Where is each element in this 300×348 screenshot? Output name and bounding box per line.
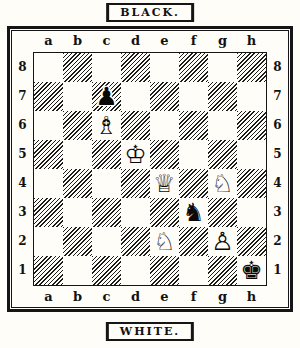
square-c7[interactable]: ♟ xyxy=(92,82,121,111)
square-g8[interactable] xyxy=(208,53,237,82)
chess-diagram-page: BLACK. abcdefgh 87654321 ♟♗♔♕♘♞♘♙♚ 87654… xyxy=(0,0,300,348)
rank-label-1: 1 xyxy=(18,263,26,277)
rank-label-1: 1 xyxy=(273,263,281,277)
square-c4[interactable] xyxy=(92,169,121,198)
square-a4[interactable] xyxy=(34,169,63,198)
square-h2[interactable] xyxy=(237,227,266,256)
rank-labels-right: 87654321 xyxy=(267,52,288,286)
square-h5[interactable] xyxy=(237,140,266,169)
file-label-h: h xyxy=(237,30,266,52)
square-e1[interactable] xyxy=(150,256,179,285)
square-g1[interactable] xyxy=(208,256,237,285)
square-b7[interactable] xyxy=(63,82,92,111)
rank-label-7: 7 xyxy=(18,89,26,103)
file-label-b: b xyxy=(63,30,92,52)
rank-label-8: 8 xyxy=(18,60,26,74)
rank-label-6: 6 xyxy=(18,118,26,132)
black-side-label: BLACK. xyxy=(106,3,194,22)
white-side-label-text: WHITE. xyxy=(120,325,180,338)
square-f5[interactable] xyxy=(179,140,208,169)
rank-label-5: 5 xyxy=(273,147,281,161)
rank-label-8: 8 xyxy=(273,60,281,74)
file-label-a: a xyxy=(34,30,63,52)
rank-label-3: 3 xyxy=(18,205,26,219)
square-e2[interactable]: ♘ xyxy=(150,227,179,256)
square-h8[interactable] xyxy=(237,53,266,82)
square-b6[interactable] xyxy=(63,111,92,140)
square-e5[interactable] xyxy=(150,140,179,169)
square-h3[interactable] xyxy=(237,198,266,227)
square-d4[interactable] xyxy=(121,169,150,198)
square-f2[interactable] xyxy=(179,227,208,256)
file-label-g: g xyxy=(208,30,237,52)
square-a3[interactable] xyxy=(34,198,63,227)
square-b3[interactable] xyxy=(63,198,92,227)
rank-label-4: 4 xyxy=(18,176,26,190)
square-e3[interactable] xyxy=(150,198,179,227)
square-d3[interactable] xyxy=(121,198,150,227)
rank-label-4: 4 xyxy=(273,176,281,190)
white-knight: ♘ xyxy=(208,169,237,198)
square-h1[interactable]: ♚ xyxy=(237,256,266,285)
file-label-a: a xyxy=(34,286,63,308)
rank-label-2: 2 xyxy=(273,234,281,248)
rank-label-2: 2 xyxy=(18,234,26,248)
square-d6[interactable] xyxy=(121,111,150,140)
file-label-b: b xyxy=(63,286,92,308)
square-g7[interactable] xyxy=(208,82,237,111)
square-g3[interactable] xyxy=(208,198,237,227)
square-d8[interactable] xyxy=(121,53,150,82)
square-f6[interactable] xyxy=(179,111,208,140)
square-d2[interactable] xyxy=(121,227,150,256)
board-frame: abcdefgh 87654321 ♟♗♔♕♘♞♘♙♚ 87654321 abc… xyxy=(7,26,293,312)
square-g6[interactable] xyxy=(208,111,237,140)
white-knight: ♘ xyxy=(150,227,179,256)
square-f7[interactable] xyxy=(179,82,208,111)
board-frame-inner: abcdefgh 87654321 ♟♗♔♕♘♞♘♙♚ 87654321 abc… xyxy=(11,30,289,308)
file-label-f: f xyxy=(179,286,208,308)
file-label-g: g xyxy=(208,286,237,308)
square-h7[interactable] xyxy=(237,82,266,111)
file-label-d: d xyxy=(121,286,150,308)
square-a6[interactable] xyxy=(34,111,63,140)
white-king: ♔ xyxy=(121,140,150,169)
square-c3[interactable] xyxy=(92,198,121,227)
rank-label-7: 7 xyxy=(273,89,281,103)
square-b5[interactable] xyxy=(63,140,92,169)
file-label-h: h xyxy=(237,286,266,308)
file-label-c: c xyxy=(92,30,121,52)
square-a1[interactable] xyxy=(34,256,63,285)
square-g5[interactable] xyxy=(208,140,237,169)
square-h6[interactable] xyxy=(237,111,266,140)
square-b4[interactable] xyxy=(63,169,92,198)
file-label-e: e xyxy=(150,286,179,308)
file-label-c: c xyxy=(92,286,121,308)
rank-label-5: 5 xyxy=(18,147,26,161)
square-f8[interactable] xyxy=(179,53,208,82)
file-labels-top: abcdefgh xyxy=(13,30,287,52)
square-b1[interactable] xyxy=(63,256,92,285)
square-c6[interactable]: ♗ xyxy=(92,111,121,140)
square-e8[interactable] xyxy=(150,53,179,82)
chess-board: ♟♗♔♕♘♞♘♙♚ xyxy=(33,52,267,286)
white-side-label: WHITE. xyxy=(106,322,194,341)
square-b8[interactable] xyxy=(63,53,92,82)
white-pawn: ♙ xyxy=(208,227,237,256)
black-king: ♚ xyxy=(237,256,266,285)
square-d7[interactable] xyxy=(121,82,150,111)
square-f4[interactable] xyxy=(179,169,208,198)
black-side-label-text: BLACK. xyxy=(120,6,180,19)
square-d1[interactable] xyxy=(121,256,150,285)
square-a7[interactable] xyxy=(34,82,63,111)
rank-label-6: 6 xyxy=(273,118,281,132)
square-d5[interactable]: ♔ xyxy=(121,140,150,169)
square-g2[interactable]: ♙ xyxy=(208,227,237,256)
square-f1[interactable] xyxy=(179,256,208,285)
square-e6[interactable] xyxy=(150,111,179,140)
file-label-f: f xyxy=(179,30,208,52)
square-h4[interactable] xyxy=(237,169,266,198)
rank-label-3: 3 xyxy=(273,205,281,219)
square-a5[interactable] xyxy=(34,140,63,169)
square-e4[interactable]: ♕ xyxy=(150,169,179,198)
white-bishop: ♗ xyxy=(92,111,121,140)
black-knight: ♞ xyxy=(179,198,208,227)
square-e7[interactable] xyxy=(150,82,179,111)
square-a2[interactable] xyxy=(34,227,63,256)
square-c1[interactable] xyxy=(92,256,121,285)
square-f3[interactable]: ♞ xyxy=(179,198,208,227)
file-label-d: d xyxy=(121,30,150,52)
square-c8[interactable] xyxy=(92,53,121,82)
square-c5[interactable] xyxy=(92,140,121,169)
file-labels-bottom: abcdefgh xyxy=(13,286,287,308)
square-b2[interactable] xyxy=(63,227,92,256)
square-c2[interactable] xyxy=(92,227,121,256)
file-label-e: e xyxy=(150,30,179,52)
square-g4[interactable]: ♘ xyxy=(208,169,237,198)
black-pawn: ♟ xyxy=(92,82,121,111)
white-queen: ♕ xyxy=(150,169,179,198)
board-middle-band: 87654321 ♟♗♔♕♘♞♘♙♚ 87654321 xyxy=(12,52,288,286)
rank-labels-left: 87654321 xyxy=(12,52,33,286)
square-a8[interactable] xyxy=(34,53,63,82)
